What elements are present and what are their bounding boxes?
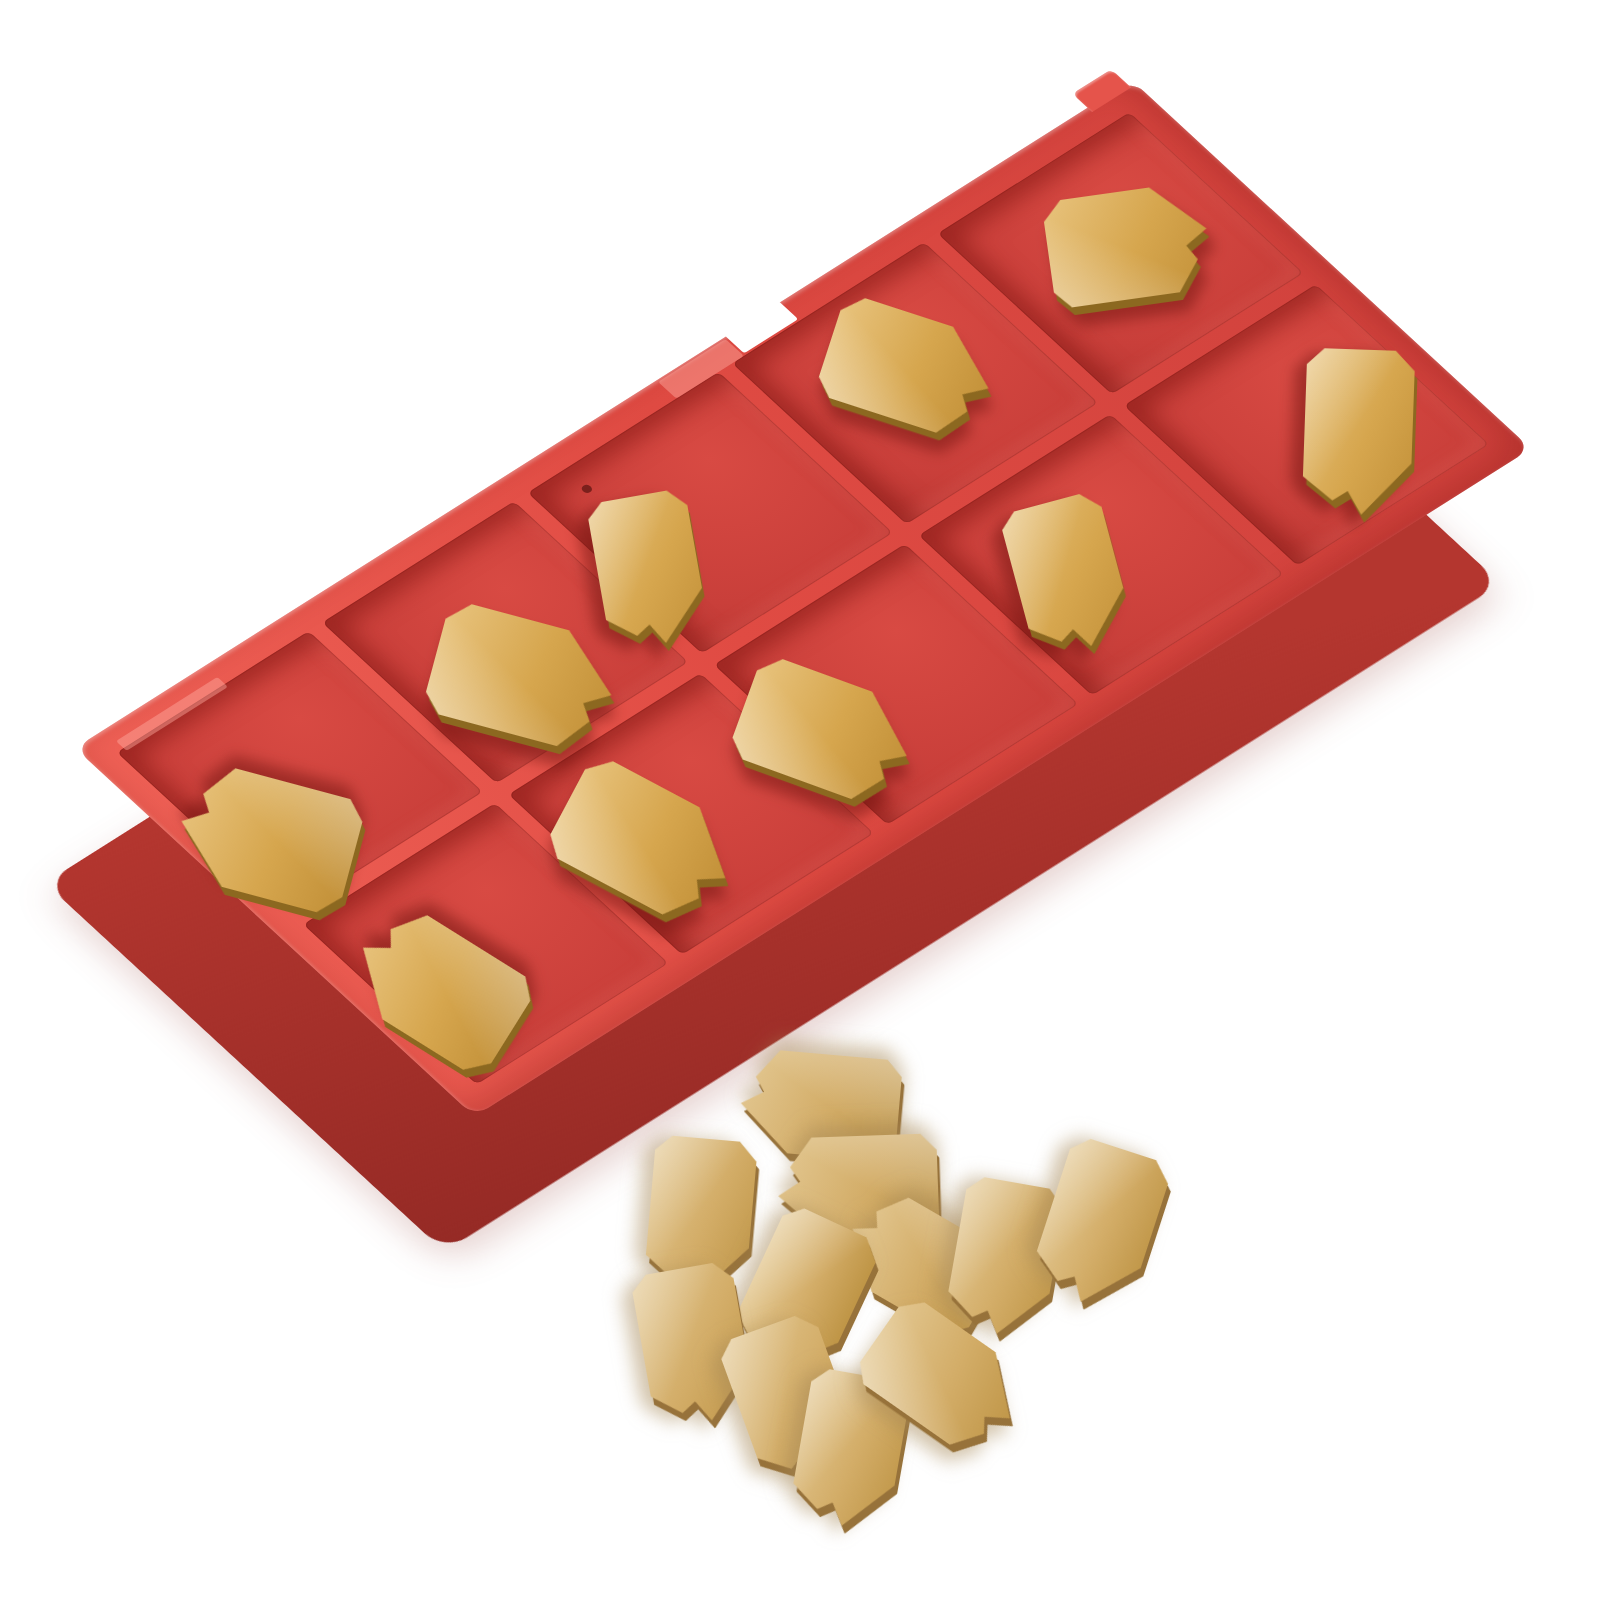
tray-rim-tab: [1072, 69, 1131, 112]
carbide-insert-in-tray: [1041, 180, 1214, 309]
insert-top-face: [1026, 1134, 1174, 1316]
carbide-insert-in-tray: [1301, 348, 1415, 517]
product-photo: [0, 0, 1600, 1600]
carbide-insert-loose: [1026, 1134, 1174, 1316]
